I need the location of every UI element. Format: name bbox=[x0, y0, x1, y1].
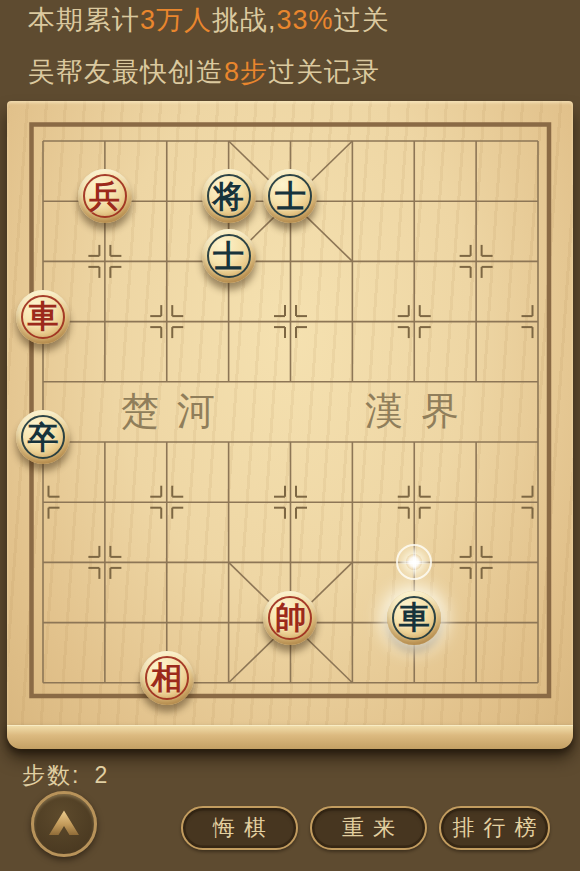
piece-character: 帥 bbox=[275, 602, 306, 633]
piece-red-chariot[interactable]: 車 bbox=[16, 290, 70, 344]
xiangqi-board: 兵将士士車卒帥車相 bbox=[12, 111, 569, 713]
piece-character: 車 bbox=[27, 301, 58, 332]
step-counter-value: 2 bbox=[94, 762, 109, 788]
piece-character: 相 bbox=[151, 662, 182, 693]
stat-segment-cream: 过关记录 bbox=[268, 57, 380, 87]
action-button-row: 悔棋重来排行榜 bbox=[181, 806, 550, 850]
stat-segment-orange: 3万人 bbox=[140, 5, 212, 35]
stat-segment-cream: 过关 bbox=[334, 5, 390, 35]
stat-segment-cream: 吴帮友最快创造 bbox=[28, 57, 224, 87]
record-stats-text: 吴帮友最快创造8步过关记录 bbox=[28, 54, 380, 90]
piece-red-soldier[interactable]: 兵 bbox=[78, 169, 132, 223]
board-panel-bevel bbox=[7, 725, 573, 749]
piece-black-general[interactable]: 将 bbox=[202, 169, 256, 223]
piece-character: 車 bbox=[399, 602, 430, 633]
piece-character: 士 bbox=[213, 241, 244, 272]
piece-character: 士 bbox=[275, 181, 306, 212]
piece-red-general[interactable]: 帥 bbox=[263, 591, 317, 645]
restart-button-label: 重来 bbox=[342, 813, 404, 843]
piece-character: 卒 bbox=[27, 422, 58, 453]
piece-red-elephant[interactable]: 相 bbox=[140, 651, 194, 705]
piece-character: 将 bbox=[213, 181, 244, 212]
challenge-stats-text: 本期累计3万人挑战,33%过关 bbox=[28, 2, 390, 38]
restart-button[interactable]: 重来 bbox=[310, 806, 427, 850]
step-counter: 步数:2 bbox=[22, 760, 109, 791]
up-arrow-icon bbox=[38, 798, 90, 850]
stat-segment-orange: 33% bbox=[277, 5, 334, 35]
undo-button-label: 悔棋 bbox=[213, 813, 275, 843]
piece-character: 兵 bbox=[89, 181, 120, 212]
expand-panel-button[interactable] bbox=[31, 791, 97, 857]
stat-segment-cream: 本期累计 bbox=[28, 5, 140, 35]
step-counter-label: 步数: bbox=[22, 762, 80, 788]
leaderboard-button[interactable]: 排行榜 bbox=[439, 806, 550, 850]
stat-segment-cream: 挑战, bbox=[212, 5, 277, 35]
piece-black-advisor[interactable]: 士 bbox=[263, 169, 317, 223]
piece-black-advisor[interactable]: 士 bbox=[202, 229, 256, 283]
leaderboard-button-label: 排行榜 bbox=[453, 813, 546, 843]
piece-black-soldier[interactable]: 卒 bbox=[16, 410, 70, 464]
undo-button[interactable]: 悔棋 bbox=[181, 806, 298, 850]
stat-segment-orange: 8步 bbox=[224, 57, 268, 87]
piece-black-chariot[interactable]: 車 bbox=[387, 591, 441, 645]
